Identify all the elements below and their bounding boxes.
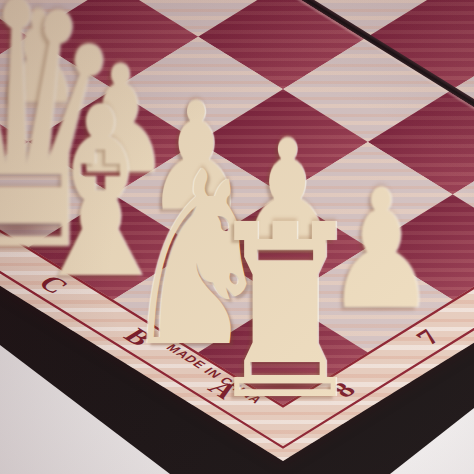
chess-set-photo: ABC87 MADE IN CHINA ♟♟♟♛♟♝♟♞♜ (0, 0, 474, 474)
rank-label-text: 8 (324, 378, 363, 402)
rank-label-text: 7 (409, 325, 448, 349)
